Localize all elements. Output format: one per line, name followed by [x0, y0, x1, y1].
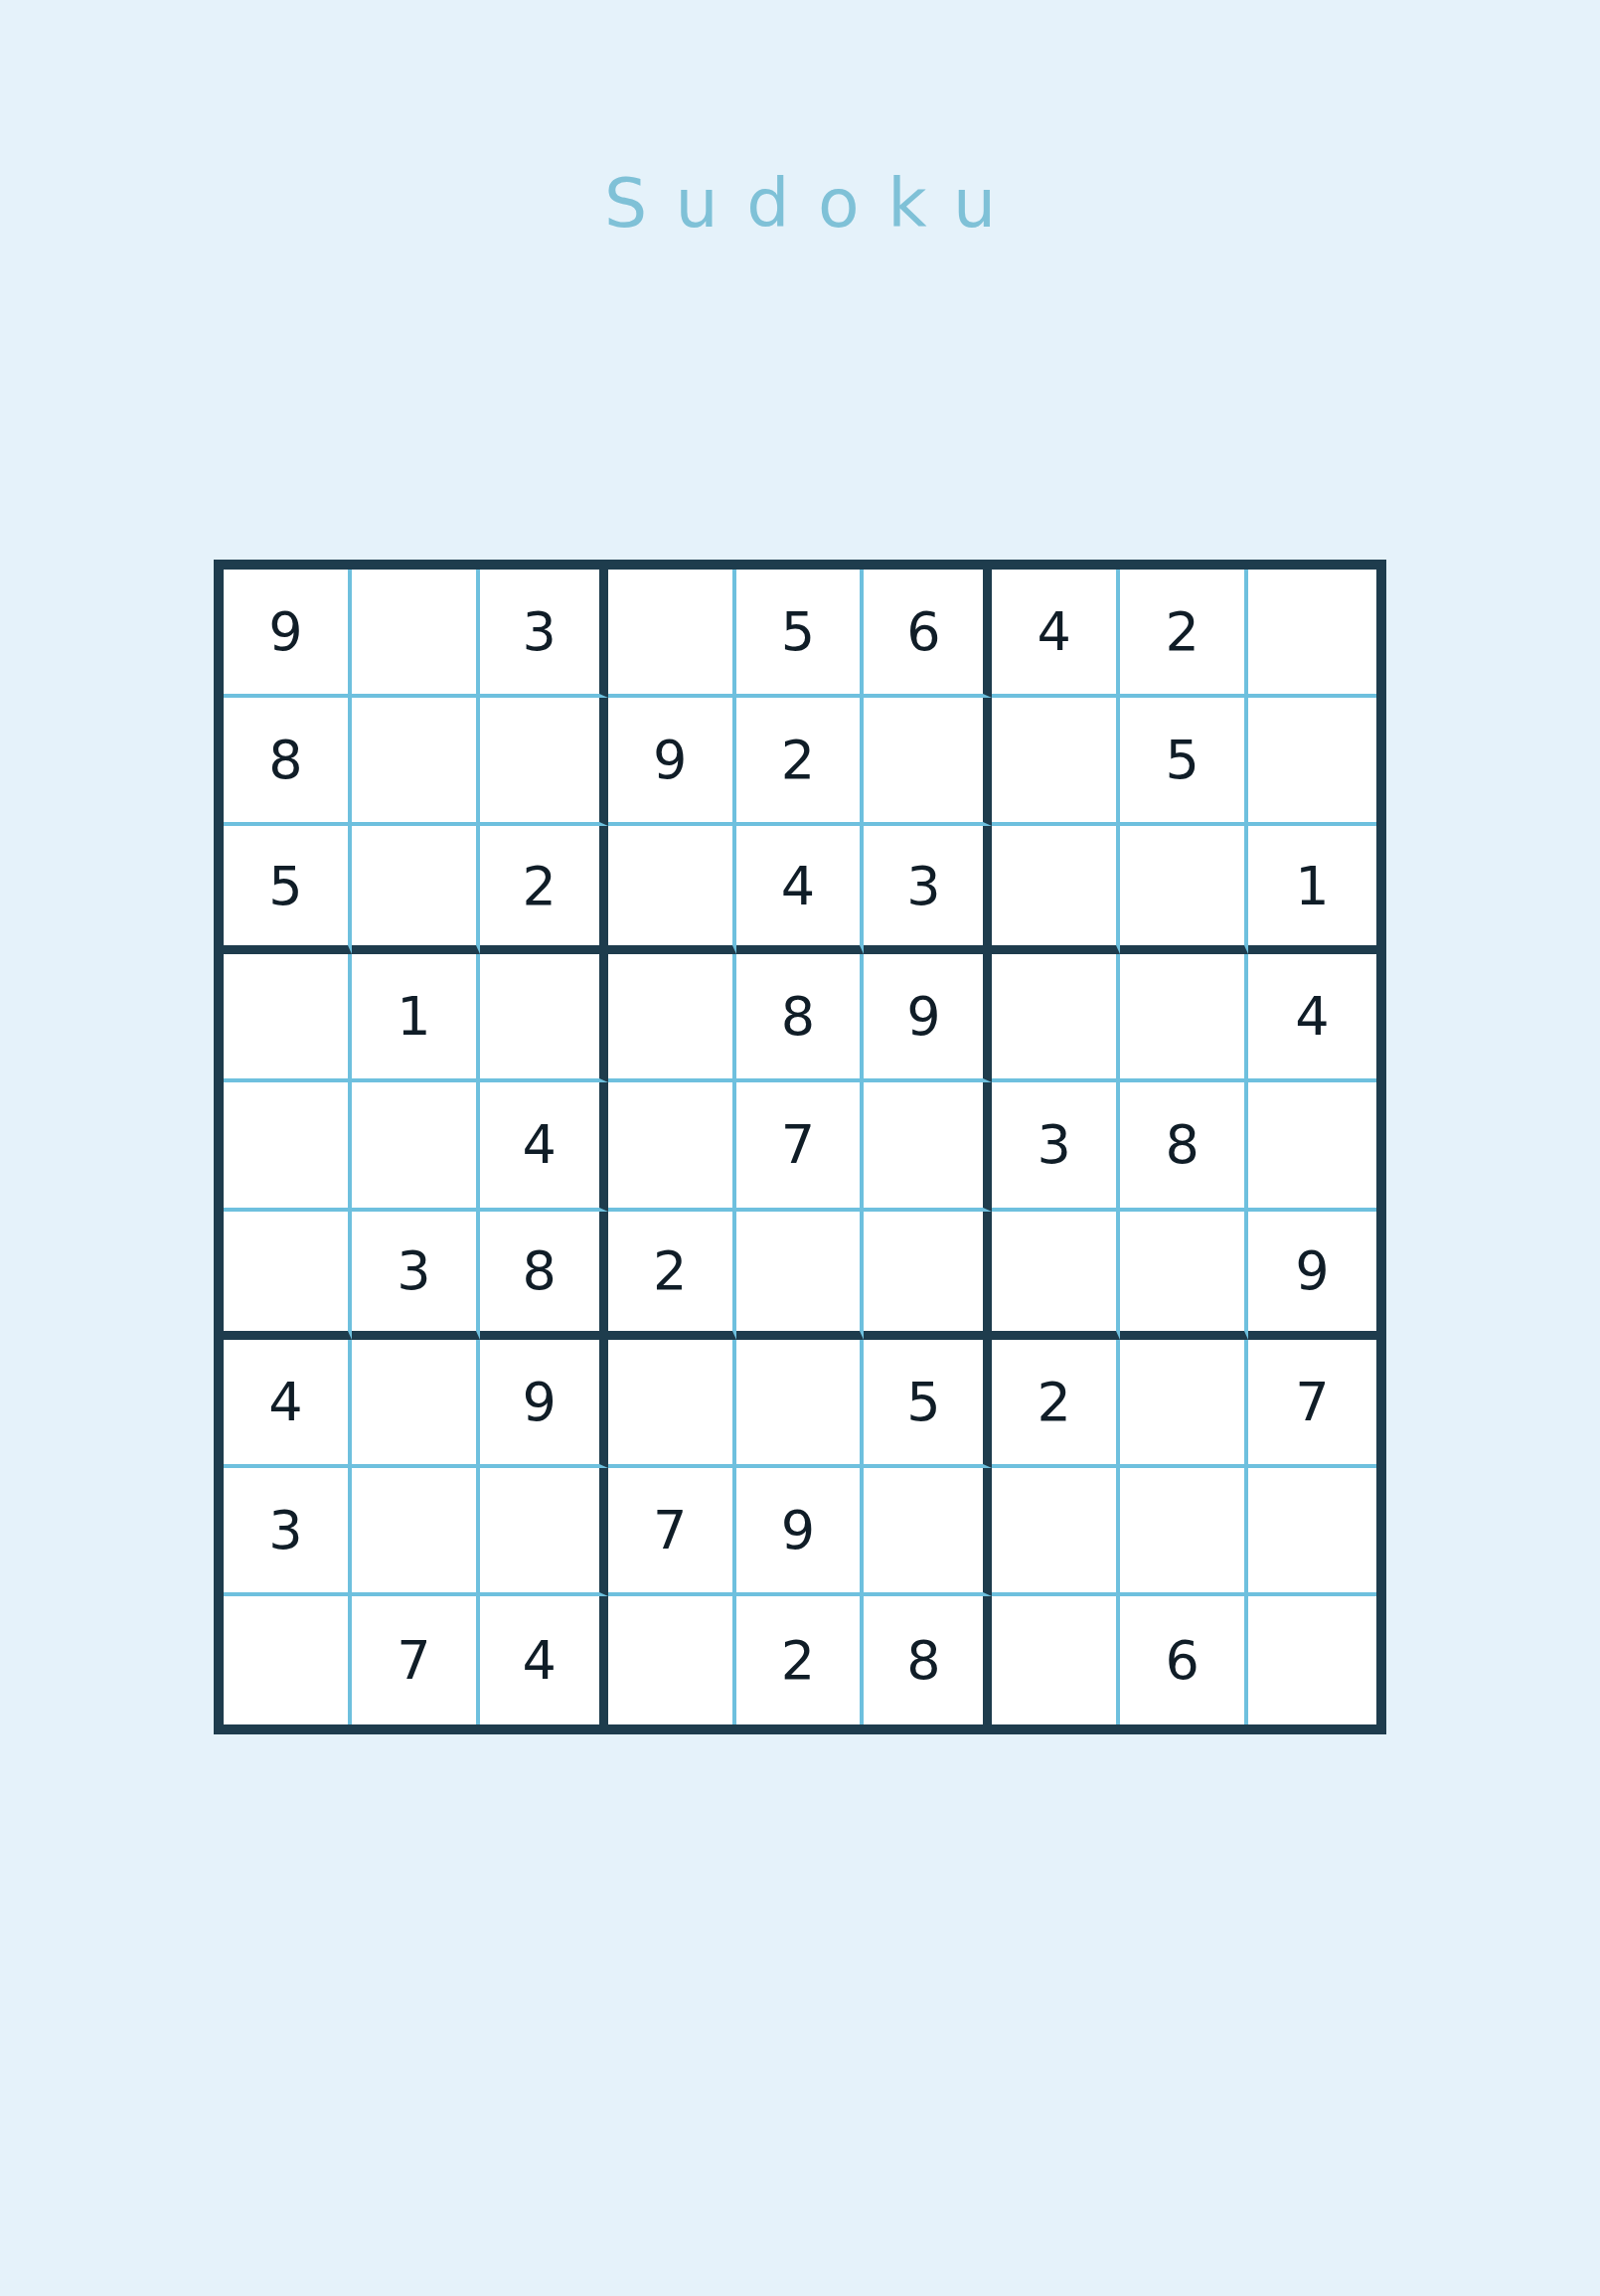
cell-r4c7[interactable] [992, 954, 1120, 1082]
cell-r3c9: 1 [1248, 826, 1376, 954]
cell-r4c6: 9 [864, 954, 992, 1082]
cell-r8c1: 3 [224, 1468, 352, 1596]
cell-r2c4: 9 [608, 698, 736, 826]
cell-r3c4[interactable] [608, 826, 736, 954]
cell-r6c5[interactable] [736, 1212, 865, 1340]
cell-r2c3[interactable] [480, 698, 608, 826]
cell-r5c4[interactable] [608, 1082, 736, 1211]
cell-r3c3: 2 [480, 826, 608, 954]
cell-r5c2[interactable] [352, 1082, 480, 1211]
cell-r6c9: 9 [1248, 1212, 1376, 1340]
cell-r9c3: 4 [480, 1596, 608, 1724]
cell-r6c3: 8 [480, 1212, 608, 1340]
cell-r1c9[interactable] [1248, 570, 1376, 698]
cell-r3c2[interactable] [352, 826, 480, 954]
cell-r1c2[interactable] [352, 570, 480, 698]
cell-r8c4: 7 [608, 1468, 736, 1596]
cell-r4c3[interactable] [480, 954, 608, 1082]
cell-r6c1[interactable] [224, 1212, 352, 1340]
cell-r3c6: 3 [864, 826, 992, 954]
cell-r1c4[interactable] [608, 570, 736, 698]
cell-r6c7[interactable] [992, 1212, 1120, 1340]
cell-r9c5: 2 [736, 1596, 865, 1724]
cell-r1c3: 3 [480, 570, 608, 698]
cell-r3c5: 4 [736, 826, 865, 954]
cell-r2c9[interactable] [1248, 698, 1376, 826]
cell-r7c1: 4 [224, 1340, 352, 1468]
cell-r4c4[interactable] [608, 954, 736, 1082]
cell-r5c7: 3 [992, 1082, 1120, 1211]
cell-r3c7[interactable] [992, 826, 1120, 954]
cell-r2c7[interactable] [992, 698, 1120, 826]
cell-r5c8: 8 [1120, 1082, 1248, 1211]
cell-r8c2[interactable] [352, 1468, 480, 1596]
cell-r7c5[interactable] [736, 1340, 865, 1468]
cell-r5c5: 7 [736, 1082, 865, 1211]
cell-r9c1[interactable] [224, 1596, 352, 1724]
cell-r4c5: 8 [736, 954, 865, 1082]
cell-r3c8[interactable] [1120, 826, 1248, 954]
cell-r8c3[interactable] [480, 1468, 608, 1596]
cell-r1c7: 4 [992, 570, 1120, 698]
cell-r8c5: 9 [736, 1468, 865, 1596]
page: Sudoku 935642892552431189447383829495273… [0, 0, 1600, 1734]
cell-r7c2[interactable] [352, 1340, 480, 1468]
cell-r3c1: 5 [224, 826, 352, 954]
cell-r9c4[interactable] [608, 1596, 736, 1724]
cell-r4c1[interactable] [224, 954, 352, 1082]
cell-r1c8: 2 [1120, 570, 1248, 698]
sudoku-board: 9356428925524311894473838294952737974286 [214, 560, 1386, 1734]
cell-r9c8: 6 [1120, 1596, 1248, 1724]
cell-r1c6: 6 [864, 570, 992, 698]
cell-r5c9[interactable] [1248, 1082, 1376, 1211]
cell-r7c7: 2 [992, 1340, 1120, 1468]
cell-r2c5: 2 [736, 698, 865, 826]
cell-r7c8[interactable] [1120, 1340, 1248, 1468]
cell-r2c6[interactable] [864, 698, 992, 826]
cell-r2c1: 8 [224, 698, 352, 826]
cell-r8c7[interactable] [992, 1468, 1120, 1596]
cell-r2c2[interactable] [352, 698, 480, 826]
page-title: Sudoku [0, 0, 1600, 238]
cell-r5c6[interactable] [864, 1082, 992, 1211]
cell-r9c6: 8 [864, 1596, 992, 1724]
cell-r8c8[interactable] [1120, 1468, 1248, 1596]
cell-r2c8: 5 [1120, 698, 1248, 826]
cell-r4c2: 1 [352, 954, 480, 1082]
cell-r7c3: 9 [480, 1340, 608, 1468]
cell-r4c8[interactable] [1120, 954, 1248, 1082]
cell-r5c1[interactable] [224, 1082, 352, 1211]
cell-r8c6[interactable] [864, 1468, 992, 1596]
cell-r1c1: 9 [224, 570, 352, 698]
cell-r6c6[interactable] [864, 1212, 992, 1340]
cell-r5c3: 4 [480, 1082, 608, 1211]
cell-r4c9: 4 [1248, 954, 1376, 1082]
cell-r6c4: 2 [608, 1212, 736, 1340]
cell-r1c5: 5 [736, 570, 865, 698]
cell-r7c9: 7 [1248, 1340, 1376, 1468]
cell-r9c2: 7 [352, 1596, 480, 1724]
cell-r6c8[interactable] [1120, 1212, 1248, 1340]
cell-r8c9[interactable] [1248, 1468, 1376, 1596]
cell-r6c2: 3 [352, 1212, 480, 1340]
cell-r9c9 [1248, 1596, 1376, 1724]
cell-r7c6: 5 [864, 1340, 992, 1468]
cell-r7c4[interactable] [608, 1340, 736, 1468]
cell-r9c7[interactable] [992, 1596, 1120, 1724]
